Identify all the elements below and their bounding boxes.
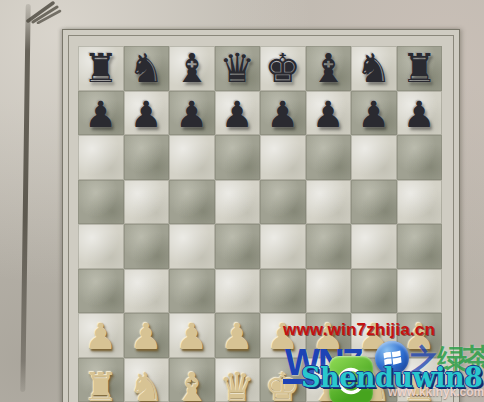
- white-rook-piece: ♜: [83, 367, 119, 402]
- square-h8[interactable]: ♜: [397, 46, 443, 91]
- square-b4[interactable]: [124, 224, 170, 269]
- black-knight-piece: ♞: [128, 48, 164, 88]
- square-g5[interactable]: [351, 180, 397, 225]
- square-b3[interactable]: [124, 269, 170, 314]
- black-rook-piece: ♜: [401, 48, 437, 88]
- square-e4[interactable]: [260, 224, 306, 269]
- black-knight-piece: ♞: [356, 48, 392, 88]
- black-pawn-piece: ♟: [267, 97, 299, 133]
- white-pawn-piece: ♟: [221, 319, 253, 355]
- square-c5[interactable]: [169, 180, 215, 225]
- square-a7[interactable]: ♟: [78, 91, 124, 136]
- square-d6[interactable]: [215, 135, 261, 180]
- white-pawn-piece: ♟: [267, 319, 299, 355]
- square-e3[interactable]: [260, 269, 306, 314]
- square-d3[interactable]: [215, 269, 261, 314]
- square-f2[interactable]: ♟: [306, 313, 352, 358]
- black-king-piece: ♚: [265, 48, 301, 88]
- square-f3[interactable]: [306, 269, 352, 314]
- square-c3[interactable]: [169, 269, 215, 314]
- square-b1[interactable]: ♞: [124, 358, 170, 402]
- square-a8[interactable]: ♜: [78, 46, 124, 91]
- square-d7[interactable]: ♟: [215, 91, 261, 136]
- square-d5[interactable]: [215, 180, 261, 225]
- square-b2[interactable]: ♟: [124, 313, 170, 358]
- square-d2[interactable]: ♟: [215, 313, 261, 358]
- square-b8[interactable]: ♞: [124, 46, 170, 91]
- white-bishop-piece: ♝: [174, 367, 210, 402]
- black-pawn-piece: ♟: [176, 97, 208, 133]
- square-e8[interactable]: ♚: [260, 46, 306, 91]
- square-h4[interactable]: [397, 224, 443, 269]
- square-e6[interactable]: [260, 135, 306, 180]
- square-b7[interactable]: ♟: [124, 91, 170, 136]
- black-pawn-piece: ♟: [221, 97, 253, 133]
- square-a5[interactable]: [78, 180, 124, 225]
- square-h3[interactable]: [397, 269, 443, 314]
- white-pawn-piece: ♟: [130, 319, 162, 355]
- square-a4[interactable]: [78, 224, 124, 269]
- square-e7[interactable]: ♟: [260, 91, 306, 136]
- square-h6[interactable]: [397, 135, 443, 180]
- black-bishop-piece: ♝: [310, 48, 346, 88]
- chess-app-window: ♜♞♝♛♚♝♞♜♟♟♟♟♟♟♟♟♟♟♟♟♟♟♟♟♜♞♝♛♚♝♞♜ www.win…: [0, 0, 484, 402]
- square-a2[interactable]: ♟: [78, 313, 124, 358]
- square-g4[interactable]: [351, 224, 397, 269]
- square-a6[interactable]: [78, 135, 124, 180]
- white-knight-piece: ♞: [128, 367, 164, 402]
- white-pawn-piece: ♟: [85, 319, 117, 355]
- square-f5[interactable]: [306, 180, 352, 225]
- white-king-piece: ♚: [265, 367, 301, 402]
- windows-flag-icon: [375, 341, 409, 375]
- white-pawn-piece: ♟: [176, 319, 208, 355]
- square-g3[interactable]: [351, 269, 397, 314]
- black-pawn-piece: ♟: [403, 97, 435, 133]
- black-queen-piece: ♛: [219, 48, 255, 88]
- black-pawn-piece: ♟: [85, 97, 117, 133]
- square-a1[interactable]: ♜: [78, 358, 124, 402]
- square-f6[interactable]: [306, 135, 352, 180]
- green-airplane-app-icon: [329, 356, 373, 402]
- watermark-win7-logo-underline: [283, 379, 332, 384]
- black-pawn-piece: ♟: [312, 97, 344, 133]
- square-f7[interactable]: ♟: [306, 91, 352, 136]
- white-pawn-piece: ♟: [312, 319, 344, 355]
- black-rook-piece: ♜: [83, 48, 119, 88]
- wall-scratch-line: [20, 4, 30, 392]
- square-d8[interactable]: ♛: [215, 46, 261, 91]
- black-pawn-piece: ♟: [358, 97, 390, 133]
- square-c4[interactable]: [169, 224, 215, 269]
- square-h7[interactable]: ♟: [397, 91, 443, 136]
- square-b5[interactable]: [124, 180, 170, 225]
- square-h5[interactable]: [397, 180, 443, 225]
- square-c7[interactable]: ♟: [169, 91, 215, 136]
- square-d4[interactable]: [215, 224, 261, 269]
- white-rook-piece: ♜: [401, 367, 437, 402]
- square-d1[interactable]: ♛: [215, 358, 261, 402]
- white-pawn-piece: ♟: [403, 319, 435, 355]
- square-c1[interactable]: ♝: [169, 358, 215, 402]
- square-g7[interactable]: ♟: [351, 91, 397, 136]
- square-c8[interactable]: ♝: [169, 46, 215, 91]
- square-e2[interactable]: ♟: [260, 313, 306, 358]
- square-b6[interactable]: [124, 135, 170, 180]
- square-c6[interactable]: [169, 135, 215, 180]
- arrow-fletching-mark: [26, 0, 62, 24]
- square-f4[interactable]: [306, 224, 352, 269]
- square-g6[interactable]: [351, 135, 397, 180]
- square-c2[interactable]: ♟: [169, 313, 215, 358]
- square-a3[interactable]: [78, 269, 124, 314]
- white-queen-piece: ♛: [219, 367, 255, 402]
- square-e5[interactable]: [260, 180, 306, 225]
- black-bishop-piece: ♝: [174, 48, 210, 88]
- black-pawn-piece: ♟: [130, 97, 162, 133]
- square-f8[interactable]: ♝: [306, 46, 352, 91]
- square-g8[interactable]: ♞: [351, 46, 397, 91]
